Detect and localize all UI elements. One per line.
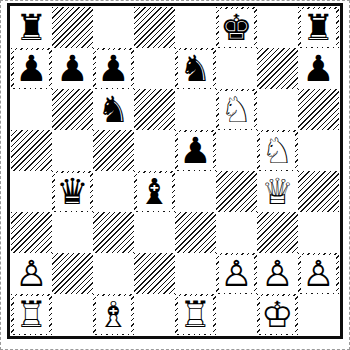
square-g1[interactable]: ♔	[257, 294, 298, 335]
square-e7[interactable]: ♞	[175, 48, 216, 89]
square-g3[interactable]	[257, 212, 298, 253]
square-a2[interactable]: ♙	[11, 253, 52, 294]
square-g2[interactable]: ♙	[257, 253, 298, 294]
square-e2[interactable]	[175, 253, 216, 294]
square-d1[interactable]	[134, 294, 175, 335]
square-f4[interactable]	[216, 171, 257, 212]
square-c2[interactable]	[93, 253, 134, 294]
square-d2[interactable]	[134, 253, 175, 294]
square-c5[interactable]	[93, 130, 134, 171]
square-h3[interactable]	[298, 212, 339, 253]
square-b8[interactable]	[52, 7, 93, 48]
piece-white-rook[interactable]: ♖	[178, 296, 213, 334]
piece-white-king[interactable]: ♔	[260, 296, 295, 334]
square-g5[interactable]: ♘	[257, 130, 298, 171]
square-e6[interactable]	[175, 89, 216, 130]
square-a8[interactable]: ♜	[11, 7, 52, 48]
piece-black-queen[interactable]: ♛	[55, 173, 90, 211]
square-g7[interactable]	[257, 48, 298, 89]
square-h8[interactable]: ♜	[298, 7, 339, 48]
square-e8[interactable]	[175, 7, 216, 48]
square-f2[interactable]: ♙	[216, 253, 257, 294]
square-f3[interactable]	[216, 212, 257, 253]
piece-white-pawn[interactable]: ♙	[260, 255, 295, 293]
piece-white-pawn[interactable]: ♙	[301, 255, 336, 293]
square-d6[interactable]	[134, 89, 175, 130]
piece-white-bishop[interactable]: ♗	[96, 296, 131, 334]
square-c8[interactable]	[93, 7, 134, 48]
board-frame: ♜♚♜♟♟♟♞♟♞♘♟♘♛♝♕♙♙♙♙♖♗♖♔	[7, 3, 343, 339]
square-c3[interactable]	[93, 212, 134, 253]
square-e5[interactable]: ♟	[175, 130, 216, 171]
piece-black-pawn[interactable]: ♟	[178, 132, 213, 170]
piece-black-rook[interactable]: ♜	[14, 9, 49, 47]
square-d4[interactable]: ♝	[134, 171, 175, 212]
piece-white-queen[interactable]: ♕	[260, 173, 295, 211]
square-h6[interactable]	[298, 89, 339, 130]
piece-white-knight[interactable]: ♘	[260, 132, 295, 170]
square-f1[interactable]	[216, 294, 257, 335]
piece-black-pawn[interactable]: ♟	[55, 50, 90, 88]
square-a4[interactable]	[11, 171, 52, 212]
square-b4[interactable]: ♛	[52, 171, 93, 212]
square-b3[interactable]	[52, 212, 93, 253]
square-a7[interactable]: ♟	[11, 48, 52, 89]
square-h5[interactable]	[298, 130, 339, 171]
square-e4[interactable]	[175, 171, 216, 212]
square-c1[interactable]: ♗	[93, 294, 134, 335]
square-h2[interactable]: ♙	[298, 253, 339, 294]
square-a5[interactable]	[11, 130, 52, 171]
piece-black-king[interactable]: ♚	[219, 9, 254, 47]
diagram-page: ♜♚♜♟♟♟♞♟♞♘♟♘♛♝♕♙♙♙♙♖♗♖♔	[0, 0, 350, 350]
square-d5[interactable]	[134, 130, 175, 171]
square-a1[interactable]: ♖	[11, 294, 52, 335]
square-g6[interactable]	[257, 89, 298, 130]
square-b5[interactable]	[52, 130, 93, 171]
chess-board: ♜♚♜♟♟♟♞♟♞♘♟♘♛♝♕♙♙♙♙♖♗♖♔	[11, 7, 339, 335]
square-h4[interactable]	[298, 171, 339, 212]
piece-black-pawn[interactable]: ♟	[301, 50, 336, 88]
piece-black-bishop[interactable]: ♝	[137, 173, 172, 211]
square-f8[interactable]: ♚	[216, 7, 257, 48]
square-b1[interactable]	[52, 294, 93, 335]
square-a6[interactable]	[11, 89, 52, 130]
square-b7[interactable]: ♟	[52, 48, 93, 89]
square-b2[interactable]	[52, 253, 93, 294]
square-f7[interactable]	[216, 48, 257, 89]
piece-black-pawn[interactable]: ♟	[14, 50, 49, 88]
square-f6[interactable]: ♘	[216, 89, 257, 130]
piece-black-knight[interactable]: ♞	[96, 91, 131, 129]
piece-black-pawn[interactable]: ♟	[96, 50, 131, 88]
square-e1[interactable]: ♖	[175, 294, 216, 335]
square-a3[interactable]	[11, 212, 52, 253]
square-d7[interactable]	[134, 48, 175, 89]
square-c6[interactable]: ♞	[93, 89, 134, 130]
piece-white-pawn[interactable]: ♙	[14, 255, 49, 293]
piece-white-rook[interactable]: ♖	[14, 296, 49, 334]
square-c7[interactable]: ♟	[93, 48, 134, 89]
square-d8[interactable]	[134, 7, 175, 48]
square-b6[interactable]	[52, 89, 93, 130]
square-e3[interactable]	[175, 212, 216, 253]
square-f5[interactable]	[216, 130, 257, 171]
piece-black-knight[interactable]: ♞	[178, 50, 213, 88]
piece-white-knight[interactable]: ♘	[219, 91, 254, 129]
piece-black-rook[interactable]: ♜	[301, 9, 336, 47]
square-g8[interactable]	[257, 7, 298, 48]
square-c4[interactable]	[93, 171, 134, 212]
square-h7[interactable]: ♟	[298, 48, 339, 89]
piece-white-pawn[interactable]: ♙	[219, 255, 254, 293]
square-d3[interactable]	[134, 212, 175, 253]
square-h1[interactable]	[298, 294, 339, 335]
square-g4[interactable]: ♕	[257, 171, 298, 212]
